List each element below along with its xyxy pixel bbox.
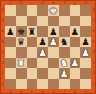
square-d5[interactable]: ♟ — [37, 37, 48, 48]
square-d8[interactable] — [37, 5, 48, 16]
square-a7[interactable] — [5, 16, 16, 27]
file-label-f: f — [59, 89, 70, 94]
rank-label-3: 3 — [91, 58, 96, 69]
square-c6[interactable]: ♜ — [27, 26, 38, 37]
file-label-c: c — [27, 89, 38, 94]
square-a2[interactable] — [5, 68, 16, 79]
piece-white-king[interactable]: ♚ — [49, 5, 58, 15]
chessboard-frame: abcdefgh abcdefgh 87654321 87654321 ♚♟♚♜… — [0, 0, 96, 94]
square-e7[interactable] — [48, 16, 59, 27]
piece-black-queen[interactable]: ♛ — [17, 37, 26, 47]
rank-label-2: 2 — [91, 68, 96, 79]
square-a1[interactable] — [5, 79, 16, 90]
square-g5[interactable] — [70, 37, 81, 48]
piece-white-pawn[interactable]: ♟ — [71, 58, 80, 68]
square-d4[interactable]: ♟ — [37, 47, 48, 58]
piece-black-pawn[interactable]: ♟ — [6, 26, 15, 36]
piece-black-pawn[interactable]: ♟ — [38, 37, 47, 47]
square-b8[interactable] — [16, 5, 27, 16]
square-a3[interactable] — [5, 58, 16, 69]
square-a4[interactable] — [5, 47, 16, 58]
square-g1[interactable] — [70, 79, 81, 90]
piece-black-pawn[interactable]: ♟ — [49, 26, 58, 36]
square-c1[interactable] — [27, 79, 38, 90]
piece-black-rook[interactable]: ♜ — [28, 26, 37, 36]
square-b4[interactable] — [16, 47, 27, 58]
square-a5[interactable] — [5, 37, 16, 48]
piece-white-pawn[interactable]: ♟ — [81, 47, 90, 57]
square-e2[interactable] — [48, 68, 59, 79]
file-label-a: a — [5, 89, 16, 94]
square-f3[interactable]: ♞ — [59, 58, 70, 69]
piece-white-pawn[interactable]: ♟ — [60, 68, 69, 78]
piece-black-pawn[interactable]: ♟ — [81, 37, 90, 47]
square-g6[interactable]: ♟ — [70, 26, 81, 37]
piece-white-knight[interactable]: ♞ — [60, 58, 69, 68]
square-h5[interactable]: ♟ — [80, 37, 91, 48]
square-f6[interactable] — [59, 26, 70, 37]
square-f4[interactable] — [59, 47, 70, 58]
file-labels-bottom: abcdefgh — [5, 89, 91, 94]
square-h7[interactable] — [80, 16, 91, 27]
square-c2[interactable] — [27, 68, 38, 79]
square-d1[interactable] — [37, 79, 48, 90]
square-c7[interactable] — [27, 16, 38, 27]
square-f8[interactable] — [59, 5, 70, 16]
square-h3[interactable] — [80, 58, 91, 69]
square-g8[interactable] — [70, 5, 81, 16]
square-e5[interactable]: ♟ — [48, 37, 59, 48]
piece-white-rook[interactable]: ♜ — [17, 58, 26, 68]
rank-label-6: 6 — [91, 26, 96, 37]
square-f7[interactable] — [59, 16, 70, 27]
square-h2[interactable] — [80, 68, 91, 79]
square-f2[interactable]: ♟ — [59, 68, 70, 79]
square-c5[interactable] — [27, 37, 38, 48]
square-e6[interactable]: ♟ — [48, 26, 59, 37]
square-b5[interactable]: ♛ — [16, 37, 27, 48]
piece-white-pawn[interactable]: ♟ — [38, 47, 47, 57]
square-h6[interactable] — [80, 26, 91, 37]
square-e3[interactable] — [48, 58, 59, 69]
square-b1[interactable] — [16, 79, 27, 90]
square-f5[interactable]: ♞ — [59, 37, 70, 48]
file-label-b: b — [16, 89, 27, 94]
chessboard: ♚♟♚♜♟♟♛♟♟♞♟♟♟♜♞♟♟ — [5, 5, 91, 89]
file-label-h: h — [80, 89, 91, 94]
square-b7[interactable] — [16, 16, 27, 27]
square-d3[interactable] — [37, 58, 48, 69]
piece-black-knight[interactable]: ♞ — [60, 37, 69, 47]
square-a6[interactable]: ♟ — [5, 26, 16, 37]
square-d6[interactable] — [37, 26, 48, 37]
file-label-d: d — [37, 89, 48, 94]
square-e1[interactable] — [48, 79, 59, 90]
rank-label-8: 8 — [91, 5, 96, 16]
piece-white-pawn[interactable]: ♟ — [49, 37, 58, 47]
square-g3[interactable]: ♟ — [70, 58, 81, 69]
rank-label-1: 1 — [91, 79, 96, 90]
square-e4[interactable] — [48, 47, 59, 58]
square-g4[interactable] — [70, 47, 81, 58]
square-g7[interactable] — [70, 16, 81, 27]
square-c8[interactable] — [27, 5, 38, 16]
file-label-e: e — [48, 89, 59, 94]
square-d7[interactable] — [37, 16, 48, 27]
rank-label-5: 5 — [91, 37, 96, 48]
square-b6[interactable]: ♚ — [16, 26, 27, 37]
square-h1[interactable] — [80, 79, 91, 90]
file-label-g: g — [70, 89, 81, 94]
square-h4[interactable]: ♟ — [80, 47, 91, 58]
rank-label-4: 4 — [91, 47, 96, 58]
rank-label-7: 7 — [91, 16, 96, 27]
square-h8[interactable] — [80, 5, 91, 16]
square-g2[interactable] — [70, 68, 81, 79]
square-c3[interactable] — [27, 58, 38, 69]
square-d2[interactable] — [37, 68, 48, 79]
piece-black-king[interactable]: ♚ — [17, 26, 26, 36]
piece-black-pawn[interactable]: ♟ — [71, 26, 80, 36]
square-b2[interactable] — [16, 68, 27, 79]
square-a8[interactable] — [5, 5, 16, 16]
rank-labels-right: 87654321 — [91, 5, 96, 89]
square-e8[interactable]: ♚ — [48, 5, 59, 16]
square-b3[interactable]: ♜ — [16, 58, 27, 69]
square-c4[interactable] — [27, 47, 38, 58]
square-f1[interactable] — [59, 79, 70, 90]
